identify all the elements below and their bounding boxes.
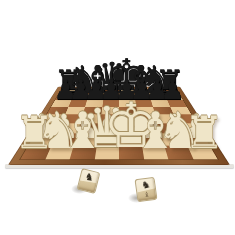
square-e2 <box>119 133 142 145</box>
square-d5 <box>101 107 119 115</box>
square-c1 <box>70 145 97 159</box>
square-c6 <box>85 100 103 107</box>
knight-icon: ♞ <box>84 171 94 182</box>
bishop-icon: ♝ <box>143 192 150 200</box>
square-h6 <box>167 100 187 107</box>
square-c5 <box>83 107 102 115</box>
square-e5 <box>119 107 137 115</box>
chess-die-left: ♞ <box>77 168 101 194</box>
square-e1 <box>119 145 144 159</box>
square-d1 <box>94 145 119 159</box>
chess-die-right: ♞ ♝ <box>134 177 157 203</box>
square-d6 <box>102 100 119 107</box>
chess-board <box>8 87 230 165</box>
square-d2 <box>96 133 119 145</box>
square-d3 <box>98 123 119 133</box>
square-e6 <box>119 100 136 107</box>
square-d4 <box>100 114 119 123</box>
square-c3 <box>77 123 99 133</box>
square-e4 <box>119 114 138 123</box>
square-e3 <box>119 123 140 133</box>
knight-icon: ♞ <box>140 179 151 191</box>
square-c2 <box>74 133 98 145</box>
product-photo: ♜♞♝♛♚♝♞♜♟♟♟♟♟♟♟♟♟♟♟♟♟♟♟♟♜♞♝♛♚♝♞♜ ♞ ♞ ♝ <box>0 0 235 235</box>
square-c4 <box>80 114 101 123</box>
